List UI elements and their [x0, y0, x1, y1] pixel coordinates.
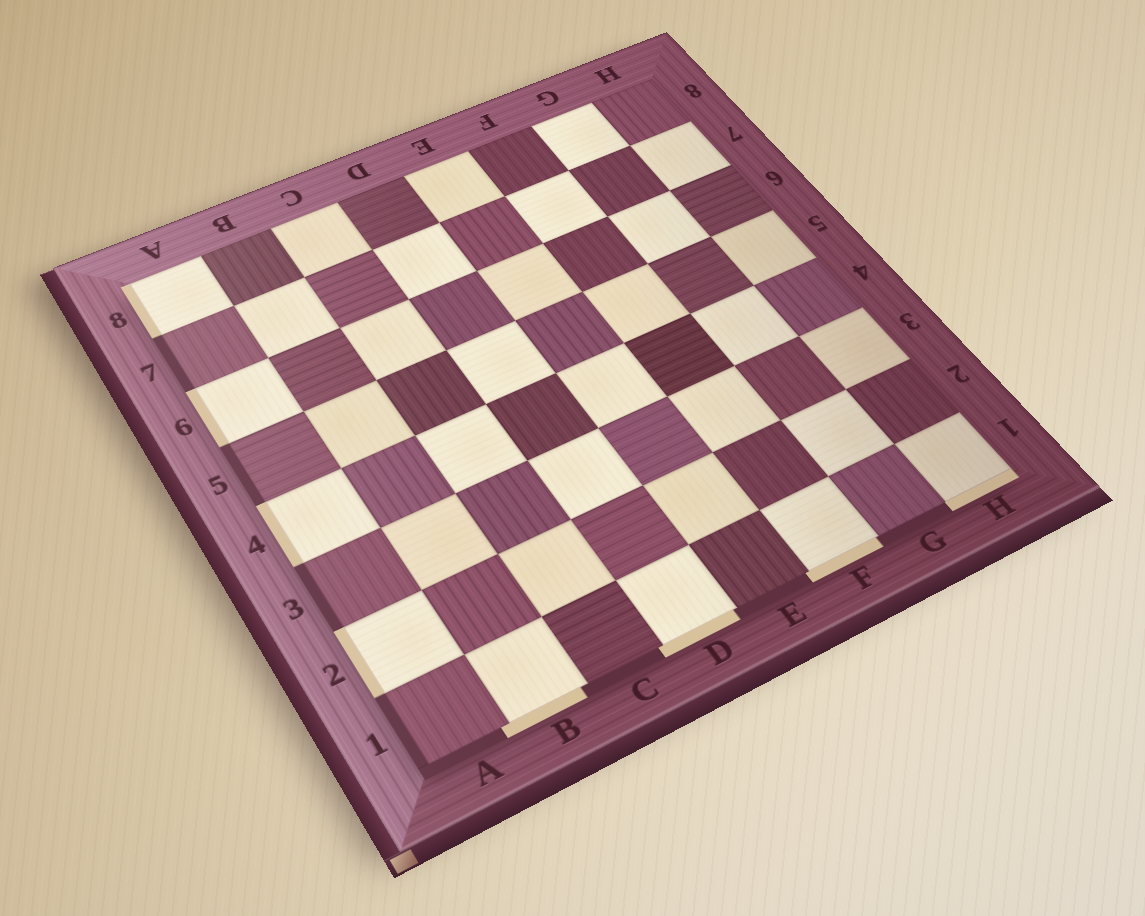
chess-board: AABBCCDDEEFFGGHH8877665544332211 — [53, 32, 1100, 852]
table-surface: AABBCCDDEEFFGGHH8877665544332211 — [0, 0, 1145, 916]
